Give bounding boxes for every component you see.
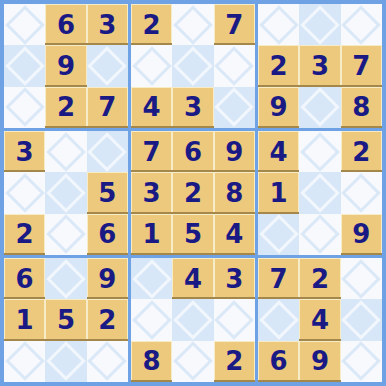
- cell-r2c7-given: 2: [258, 45, 299, 86]
- cell-r6c4-given: 1: [131, 214, 172, 255]
- cell-r3c6-empty[interactable]: [214, 87, 255, 128]
- box-2-2: 769328154: [131, 131, 255, 255]
- cell-r8c1-given: 1: [4, 299, 45, 340]
- cell-r1c4-given: 2: [131, 4, 172, 45]
- cell-r9c9-empty[interactable]: [341, 341, 382, 382]
- cell-r6c6-given: 4: [214, 214, 255, 255]
- cell-r5c1-empty[interactable]: [4, 172, 45, 213]
- cell-r7c3-given: 9: [87, 258, 128, 299]
- box-3-2: 4382: [131, 258, 255, 382]
- cell-r7c9-empty[interactable]: [341, 258, 382, 299]
- cell-r7c7-given: 7: [258, 258, 299, 299]
- box-2-3: 4219: [258, 131, 382, 255]
- cell-r9c6-given: 2: [214, 341, 255, 382]
- cell-r5c9-empty[interactable]: [341, 172, 382, 213]
- cell-r2c9-given: 7: [341, 45, 382, 86]
- cell-r2c5-empty[interactable]: [172, 45, 213, 86]
- cell-r5c4-given: 3: [131, 172, 172, 213]
- cell-r4c4-given: 7: [131, 131, 172, 172]
- cell-r3c8-empty[interactable]: [299, 87, 340, 128]
- cell-r3c5-given: 3: [172, 87, 213, 128]
- cell-r2c6-empty[interactable]: [214, 45, 255, 86]
- cell-r1c2-given: 6: [45, 4, 86, 45]
- cell-r6c7-empty[interactable]: [258, 214, 299, 255]
- cell-r7c1-given: 6: [4, 258, 45, 299]
- cell-r4c9-given: 2: [341, 131, 382, 172]
- cell-r1c7-empty[interactable]: [258, 4, 299, 45]
- cell-r8c9-empty[interactable]: [341, 299, 382, 340]
- cell-r1c1-empty[interactable]: [4, 4, 45, 45]
- cell-r8c6-empty[interactable]: [214, 299, 255, 340]
- cell-r3c4-given: 4: [131, 87, 172, 128]
- cell-r7c2-empty[interactable]: [45, 258, 86, 299]
- cell-r7c5-given: 4: [172, 258, 213, 299]
- cell-r2c1-empty[interactable]: [4, 45, 45, 86]
- cell-r5c5-given: 2: [172, 172, 213, 213]
- cell-r3c3-given: 7: [87, 87, 128, 128]
- cell-r8c5-empty[interactable]: [172, 299, 213, 340]
- cell-r1c3-given: 3: [87, 4, 128, 45]
- sudoku-board: 6392727432379835267693281544219691524382…: [0, 0, 386, 386]
- box-1-3: 23798: [258, 4, 382, 128]
- cell-r2c3-empty[interactable]: [87, 45, 128, 86]
- cell-r9c8-given: 9: [299, 341, 340, 382]
- cell-r8c7-empty[interactable]: [258, 299, 299, 340]
- cell-r5c2-empty[interactable]: [45, 172, 86, 213]
- cell-r5c7-given: 1: [258, 172, 299, 213]
- cell-r9c3-empty[interactable]: [87, 341, 128, 382]
- cell-r4c5-given: 6: [172, 131, 213, 172]
- cell-r1c9-empty[interactable]: [341, 4, 382, 45]
- box-3-3: 72469: [258, 258, 382, 382]
- cell-r8c3-given: 2: [87, 299, 128, 340]
- cell-r9c2-empty[interactable]: [45, 341, 86, 382]
- cell-r2c4-empty[interactable]: [131, 45, 172, 86]
- box-3-1: 69152: [4, 258, 128, 382]
- cell-r7c4-empty[interactable]: [131, 258, 172, 299]
- cell-r4c3-empty[interactable]: [87, 131, 128, 172]
- box-1-2: 2743: [131, 4, 255, 128]
- box-2-1: 3526: [4, 131, 128, 255]
- cell-r6c3-given: 6: [87, 214, 128, 255]
- box-1-1: 63927: [4, 4, 128, 128]
- cell-r6c5-given: 5: [172, 214, 213, 255]
- cell-r9c5-empty[interactable]: [172, 341, 213, 382]
- cell-r4c7-given: 4: [258, 131, 299, 172]
- cell-r4c6-given: 9: [214, 131, 255, 172]
- cell-r2c8-given: 3: [299, 45, 340, 86]
- cell-r5c3-given: 5: [87, 172, 128, 213]
- cell-r8c2-given: 5: [45, 299, 86, 340]
- cell-r7c8-given: 2: [299, 258, 340, 299]
- cell-r1c5-empty[interactable]: [172, 4, 213, 45]
- cell-r2c2-given: 9: [45, 45, 86, 86]
- cell-r4c2-empty[interactable]: [45, 131, 86, 172]
- cell-r9c7-given: 6: [258, 341, 299, 382]
- cell-r1c8-empty[interactable]: [299, 4, 340, 45]
- cell-r9c1-empty[interactable]: [4, 341, 45, 382]
- cell-r4c1-given: 3: [4, 131, 45, 172]
- cell-r3c7-given: 9: [258, 87, 299, 128]
- cell-r3c9-given: 8: [341, 87, 382, 128]
- cell-r6c1-given: 2: [4, 214, 45, 255]
- cell-r6c9-given: 9: [341, 214, 382, 255]
- cell-r3c2-given: 2: [45, 87, 86, 128]
- cell-r8c8-given: 4: [299, 299, 340, 340]
- cell-r7c6-given: 3: [214, 258, 255, 299]
- cell-r6c2-empty[interactable]: [45, 214, 86, 255]
- cell-r6c8-empty[interactable]: [299, 214, 340, 255]
- cell-r5c6-given: 8: [214, 172, 255, 213]
- cell-r1c6-given: 7: [214, 4, 255, 45]
- cell-r8c4-empty[interactable]: [131, 299, 172, 340]
- cell-r3c1-empty[interactable]: [4, 87, 45, 128]
- cell-r5c8-empty[interactable]: [299, 172, 340, 213]
- cell-r9c4-given: 8: [131, 341, 172, 382]
- cell-r4c8-empty[interactable]: [299, 131, 340, 172]
